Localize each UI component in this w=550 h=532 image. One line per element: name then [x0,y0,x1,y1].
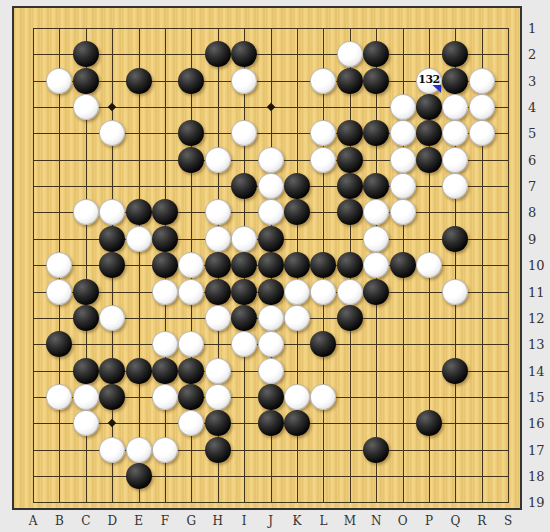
black-stone [258,226,284,252]
row-label: 6 [528,152,536,167]
column-label: B [55,514,64,528]
column-label: P [425,514,433,528]
white-stone [126,226,152,252]
column-label: A [29,514,38,528]
black-stone [205,410,231,436]
column-label: F [161,514,169,528]
white-stone [152,279,178,305]
black-stone [363,68,389,94]
black-stone [178,68,204,94]
row-label: 11 [528,284,545,299]
white-stone [99,437,125,463]
white-stone [416,252,442,278]
column-label: S [504,514,512,528]
black-stone [99,226,125,252]
row-label: 14 [528,363,545,378]
black-stone [178,120,204,146]
white-stone [231,120,257,146]
row-label: 17 [528,442,545,457]
row-label: 1 [528,21,536,36]
column-label: K [293,514,302,528]
white-stone [205,226,231,252]
black-stone [178,147,204,173]
white-stone [390,199,416,225]
white-stone [390,147,416,173]
black-stone [99,252,125,278]
black-stone [205,41,231,67]
white-stone [469,94,495,120]
white-stone [258,331,284,357]
white-stone [390,94,416,120]
row-label: 16 [528,416,545,431]
white-stone [363,252,389,278]
white-stone [258,147,284,173]
black-stone [126,358,152,384]
white-stone [178,279,204,305]
white-stone [99,120,125,146]
column-label: E [134,514,143,528]
column-label: H [213,514,223,528]
column-label: Q [450,514,460,528]
grid-horizontal-line [33,476,509,477]
white-stone [310,147,336,173]
white-stone [152,331,178,357]
column-label: G [187,514,197,528]
white-stone [310,120,336,146]
white-stone [284,279,310,305]
row-label: 9 [528,231,536,246]
column-label: C [81,514,90,528]
white-stone [442,173,468,199]
black-stone [73,305,99,331]
black-stone [442,41,468,67]
white-stone [178,410,204,436]
black-stone [442,226,468,252]
white-stone [231,68,257,94]
black-stone [99,358,125,384]
black-stone [73,358,99,384]
black-stone [46,331,72,357]
white-stone [205,305,231,331]
black-stone [390,252,416,278]
black-stone [152,358,178,384]
white-stone [258,305,284,331]
black-stone [99,384,125,410]
black-stone [416,120,442,146]
black-stone [363,173,389,199]
black-stone [258,410,284,436]
white-stone [73,199,99,225]
white-stone [126,437,152,463]
black-stone [363,437,389,463]
black-stone [337,199,363,225]
white-stone [363,199,389,225]
black-stone [73,68,99,94]
black-stone [363,120,389,146]
column-label: I [242,514,247,528]
white-stone [205,384,231,410]
grid-vertical-line [508,28,509,503]
white-stone [178,331,204,357]
white-stone [231,226,257,252]
black-stone [178,384,204,410]
white-stone [337,41,363,67]
white-stone [469,120,495,146]
white-stone [310,68,336,94]
white-stone [310,384,336,410]
column-label: R [477,514,486,528]
black-stone [205,279,231,305]
white-stone [231,331,257,357]
white-stone [258,358,284,384]
white-stone [205,147,231,173]
white-stone [73,410,99,436]
white-stone [46,68,72,94]
row-label: 18 [528,468,545,483]
white-stone [390,120,416,146]
white-stone [205,358,231,384]
black-stone [442,358,468,384]
black-stone [258,279,284,305]
black-stone [337,173,363,199]
row-label: 4 [528,100,536,115]
column-label: L [319,514,327,528]
white-stone [310,279,336,305]
white-stone [73,384,99,410]
column-label: D [107,514,117,528]
black-stone [231,252,257,278]
black-stone [126,463,152,489]
white-stone [46,279,72,305]
black-stone [416,147,442,173]
black-stone [205,437,231,463]
black-stone [284,410,310,436]
black-stone [284,252,310,278]
column-label: O [398,514,408,528]
black-stone [337,120,363,146]
black-stone [231,305,257,331]
column-label: N [371,514,382,528]
white-stone [178,252,204,278]
white-stone [99,305,125,331]
white-stone [390,173,416,199]
white-stone [152,384,178,410]
black-stone [310,252,336,278]
black-stone [310,331,336,357]
black-stone [152,252,178,278]
row-label: 7 [528,179,536,194]
black-stone [363,41,389,67]
black-stone [205,252,231,278]
black-stone [231,173,257,199]
black-stone [337,147,363,173]
black-stone [231,279,257,305]
black-stone [231,41,257,67]
black-stone [337,305,363,331]
white-stone [442,94,468,120]
row-label: 12 [528,310,545,325]
black-stone [337,68,363,94]
column-label: M [344,514,356,528]
black-stone [73,279,99,305]
black-stone [284,173,310,199]
row-label: 19 [528,495,545,510]
white-stone [73,94,99,120]
row-label: 8 [528,205,536,220]
black-stone [337,252,363,278]
black-stone [284,199,310,225]
white-stone [363,226,389,252]
white-stone [442,120,468,146]
black-stone [258,252,284,278]
black-stone [178,358,204,384]
black-stone [126,68,152,94]
white-stone [284,384,310,410]
white-stone [469,68,495,94]
black-stone [126,199,152,225]
white-stone [337,279,363,305]
grid-horizontal-line [33,502,509,503]
black-stone [258,384,284,410]
white-stone [258,199,284,225]
white-stone [258,173,284,199]
black-stone [363,279,389,305]
white-stone [99,199,125,225]
row-label: 5 [528,126,536,141]
black-stone [442,68,468,94]
white-stone [152,437,178,463]
white-stone [205,199,231,225]
white-stone [46,252,72,278]
black-stone [73,41,99,67]
row-label: 2 [528,47,536,62]
black-stone [416,94,442,120]
white-stone [284,305,310,331]
white-stone [442,147,468,173]
row-label: 13 [528,337,545,352]
white-stone [442,279,468,305]
white-stone [46,384,72,410]
black-stone [152,199,178,225]
row-label: 15 [528,389,545,404]
column-label: J [268,514,273,528]
black-stone [416,410,442,436]
black-stone [152,226,178,252]
row-label: 10 [528,258,545,273]
row-label: 3 [528,73,536,88]
